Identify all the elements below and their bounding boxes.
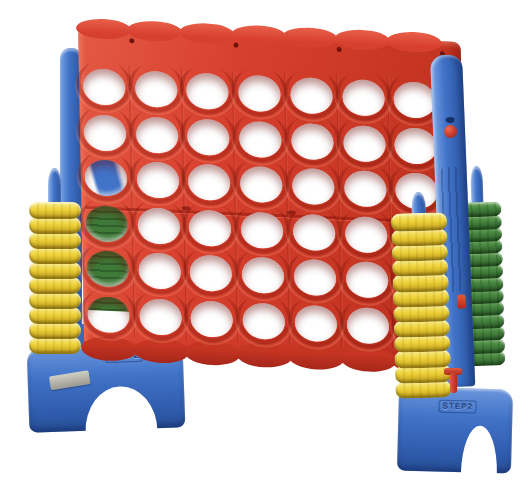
release-lever xyxy=(444,368,464,394)
board-cell xyxy=(338,75,389,121)
board-cell xyxy=(236,162,287,208)
board-cell xyxy=(83,292,134,338)
yellow-disc xyxy=(29,217,81,234)
yellow-disc xyxy=(29,277,81,294)
yellow-disc xyxy=(29,337,81,354)
red-knob xyxy=(457,294,467,308)
yellow-disc xyxy=(29,307,81,324)
right-leg-arch-cutout xyxy=(461,425,499,475)
board-cell xyxy=(342,303,393,349)
board-cell xyxy=(289,209,340,255)
board-hole-empty xyxy=(139,298,182,336)
board-cell xyxy=(287,118,338,164)
rim-hole xyxy=(129,38,134,43)
board-top-scallop xyxy=(282,27,337,49)
board-cell xyxy=(289,255,340,301)
yellow-disc xyxy=(391,213,447,232)
board-hole-empty xyxy=(243,302,286,340)
board-cell xyxy=(80,110,131,156)
board-cell xyxy=(340,211,391,257)
board-hole-empty xyxy=(291,122,334,160)
board-cell xyxy=(339,166,390,212)
board-cell xyxy=(341,257,392,303)
board-hole-empty xyxy=(85,159,128,197)
board-hole-empty xyxy=(135,116,178,154)
board-cell xyxy=(182,68,233,114)
board-hole-empty xyxy=(137,207,180,245)
board-cell xyxy=(131,112,182,158)
release-lever-stem xyxy=(450,373,457,393)
board-hole-empty xyxy=(189,209,232,247)
board-hole-empty xyxy=(191,300,234,338)
board-hole-empty xyxy=(394,127,437,165)
yellow-disc xyxy=(29,322,81,339)
board-hole-empty xyxy=(394,81,437,119)
board-cell xyxy=(186,251,237,297)
board-cell xyxy=(135,294,186,340)
board-hole-empty xyxy=(84,114,127,152)
rim-hole xyxy=(233,42,238,47)
board-top-scallop xyxy=(75,18,130,40)
board-hole-empty xyxy=(293,259,336,297)
board-hole-empty xyxy=(87,296,130,334)
board-top-scallop xyxy=(231,24,286,46)
left-leg-arch-cutout xyxy=(84,385,157,433)
yellow-disc xyxy=(29,232,81,249)
board-hole-empty xyxy=(186,72,229,110)
board-cell xyxy=(134,248,185,294)
board-hole-empty xyxy=(343,125,386,163)
board-cell xyxy=(288,164,339,210)
board-cell xyxy=(131,66,182,112)
disc-stack-right-front xyxy=(390,191,451,398)
board-hole-empty xyxy=(240,166,283,204)
board-hole-empty xyxy=(187,118,230,156)
right-leg-base: STEP2 xyxy=(397,387,513,474)
board-hole-empty xyxy=(138,253,181,291)
red-button xyxy=(444,125,458,139)
board-hole-empty xyxy=(136,161,179,199)
metal-plate xyxy=(49,370,91,390)
board-hole-empty xyxy=(188,164,231,202)
board-hole-empty xyxy=(242,257,285,295)
board-hole-empty xyxy=(294,305,337,343)
board-hole-empty xyxy=(135,70,178,108)
board-hole-empty xyxy=(344,216,387,254)
board-cell xyxy=(82,246,133,292)
board-hole-empty xyxy=(342,79,385,117)
board-cell xyxy=(185,205,236,251)
board-top-scallop xyxy=(386,31,441,53)
board-cell xyxy=(81,201,132,247)
board-cell xyxy=(235,116,286,162)
board-hole-empty xyxy=(85,205,128,243)
board-cell xyxy=(184,159,235,205)
board-hole-empty xyxy=(292,168,335,206)
board-cell xyxy=(133,203,184,249)
board-hole-empty xyxy=(190,255,233,293)
board-cell xyxy=(237,207,288,253)
board-cell xyxy=(183,114,234,160)
board-cell xyxy=(286,73,337,119)
rim-hole xyxy=(337,47,342,52)
board-cell xyxy=(80,155,131,201)
board-hole-empty xyxy=(344,170,387,208)
keyhole-slot xyxy=(445,117,454,123)
board-cell xyxy=(290,300,341,346)
board-cell xyxy=(132,157,183,203)
board-cell xyxy=(339,120,390,166)
board-cell xyxy=(238,298,289,344)
disc-stack-left-front xyxy=(29,168,81,354)
board-cell xyxy=(187,296,238,342)
yellow-disc xyxy=(29,292,81,309)
board-hole-empty xyxy=(293,213,336,251)
board-cell xyxy=(79,64,130,110)
board-top-scallop xyxy=(179,22,234,44)
board-hole-empty xyxy=(83,68,126,106)
board-hole-empty xyxy=(345,261,388,299)
yellow-disc xyxy=(29,202,81,219)
board-cell xyxy=(234,70,285,116)
board-hole-empty xyxy=(239,120,282,158)
board-top-scallop xyxy=(334,29,389,51)
board-hole-empty xyxy=(86,250,129,288)
board-hole-empty xyxy=(346,307,389,345)
board-top-scallop xyxy=(127,20,182,42)
brand-logo-embossed: STEP2 xyxy=(438,400,477,414)
yellow-disc xyxy=(29,247,81,264)
board-cell xyxy=(238,253,289,299)
board-hole-empty xyxy=(238,75,281,113)
yellow-disc xyxy=(29,262,81,279)
board-hole-empty xyxy=(290,77,333,115)
giant-connect-four-photo: STEP2 STEP2 xyxy=(0,0,528,480)
board-hole-empty xyxy=(241,211,284,249)
